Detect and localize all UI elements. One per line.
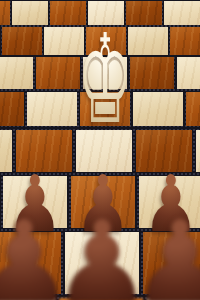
board-square-r2c3 — [36, 57, 80, 88]
board-square-r0c6 — [164, 1, 200, 25]
board-square-r3c2 — [0, 92, 24, 127]
board-square-r2c5 — [130, 57, 174, 88]
board-square-r1c2 — [2, 27, 42, 55]
white-king: ♚ — [77, 18, 133, 141]
board-square-r2c6 — [177, 57, 200, 88]
board-square-r0c2 — [12, 1, 48, 25]
board-square-r1c5 — [128, 27, 168, 55]
chess-board: ♚♟♟♟♟♟♟ — [0, 0, 200, 300]
board-square-r3c5 — [133, 92, 183, 127]
black-pawn-6: ♟ — [131, 206, 200, 300]
board-square-r3c3 — [27, 92, 77, 127]
chessboard-photo: ♚♟♟♟♟♟♟ dreamstime — [0, 0, 200, 300]
board-square-r3c6 — [186, 92, 200, 127]
board-square-r0c1 — [0, 1, 10, 25]
board-square-r2c2 — [0, 57, 33, 88]
board-square-r1c6 — [170, 27, 200, 55]
